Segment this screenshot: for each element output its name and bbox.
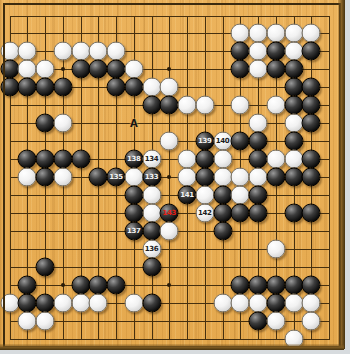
- black-stone: [89, 168, 108, 187]
- white-stone: [266, 150, 285, 169]
- black-stone: [249, 311, 268, 330]
- white-stone: [18, 60, 37, 79]
- black-stone: [107, 78, 126, 97]
- white-stone: [213, 168, 232, 187]
- white-stone: [107, 42, 126, 61]
- white-stone: [266, 24, 285, 43]
- white-stone: [266, 96, 285, 115]
- white-stone: [53, 42, 72, 61]
- go-board-screenshot: 139140138134135133141143142137136A: [0, 0, 350, 354]
- grid-line: [10, 339, 331, 340]
- black-stone: [89, 60, 108, 79]
- black-stone: [53, 150, 72, 169]
- black-stone-move-143: 143: [160, 203, 179, 222]
- white-stone: [89, 293, 108, 312]
- black-stone-move-141: 141: [178, 186, 197, 205]
- black-stone: [18, 150, 37, 169]
- black-stone: [107, 60, 126, 79]
- black-stone: [302, 275, 321, 294]
- black-stone: [36, 257, 55, 276]
- black-stone: [107, 275, 126, 294]
- grid-line: [10, 267, 331, 268]
- black-stone: [160, 96, 179, 115]
- black-stone: [266, 42, 285, 61]
- white-stone: [284, 42, 303, 61]
- black-stone: [284, 203, 303, 222]
- move-number-142: 142: [198, 209, 211, 216]
- move-number-133: 133: [145, 174, 158, 181]
- white-stone: [249, 293, 268, 312]
- black-stone: [266, 168, 285, 187]
- white-stone: [178, 168, 197, 187]
- white-stone: [89, 42, 108, 61]
- black-stone: [249, 132, 268, 151]
- black-stone: [124, 203, 143, 222]
- white-stone: [18, 311, 37, 330]
- white-stone: [249, 168, 268, 187]
- black-stone: [231, 275, 250, 294]
- white-stone-move-142: 142: [195, 203, 214, 222]
- star-point: [167, 283, 171, 287]
- white-stone: [142, 78, 161, 97]
- white-stone: [249, 24, 268, 43]
- black-stone: [249, 203, 268, 222]
- black-stone: [266, 293, 285, 312]
- black-stone: [231, 42, 250, 61]
- black-stone: [71, 150, 90, 169]
- move-number-140: 140: [216, 138, 229, 145]
- white-stone: [178, 96, 197, 115]
- white-stone: [266, 311, 285, 330]
- black-stone: [0, 78, 19, 97]
- white-stone: [142, 203, 161, 222]
- white-stone: [302, 311, 321, 330]
- black-stone: [284, 168, 303, 187]
- black-stone-move-137: 137: [124, 221, 143, 240]
- white-stone: [249, 114, 268, 133]
- grid-line: [329, 16, 330, 340]
- black-stone: [249, 275, 268, 294]
- outer-margin-right: [345, 0, 350, 354]
- black-stone: [124, 186, 143, 205]
- black-stone: [213, 203, 232, 222]
- white-stone: [160, 78, 179, 97]
- move-number-138: 138: [127, 156, 140, 163]
- grid-line: [10, 195, 331, 196]
- white-stone: [249, 60, 268, 79]
- black-stone: [284, 132, 303, 151]
- white-stone: [231, 24, 250, 43]
- white-stone: [53, 114, 72, 133]
- black-stone: [231, 132, 250, 151]
- outer-margin-bottom: [0, 350, 350, 354]
- black-stone: [195, 168, 214, 187]
- move-number-143: 143: [163, 209, 176, 216]
- black-stone: [266, 60, 285, 79]
- black-stone: [36, 168, 55, 187]
- white-stone: [142, 186, 161, 205]
- black-stone: [142, 221, 161, 240]
- black-stone: [302, 96, 321, 115]
- black-stone: [18, 275, 37, 294]
- board-label-A: A: [130, 118, 138, 129]
- move-number-136: 136: [145, 245, 158, 252]
- move-number-137: 137: [127, 227, 140, 234]
- move-number-135: 135: [109, 174, 122, 181]
- white-stone: [231, 186, 250, 205]
- black-stone: [36, 150, 55, 169]
- white-stone: [0, 293, 19, 312]
- black-stone: [18, 293, 37, 312]
- white-stone: [231, 168, 250, 187]
- black-stone: [195, 150, 214, 169]
- black-stone: [231, 203, 250, 222]
- black-stone: [36, 293, 55, 312]
- star-point: [167, 175, 171, 179]
- black-stone-move-138: 138: [124, 150, 143, 169]
- move-number-134: 134: [145, 156, 158, 163]
- black-stone: [302, 42, 321, 61]
- white-stone: [213, 150, 232, 169]
- white-stone: [124, 168, 143, 187]
- black-stone: [89, 275, 108, 294]
- black-stone: [53, 78, 72, 97]
- black-stone: [124, 78, 143, 97]
- black-stone: [71, 275, 90, 294]
- black-stone-move-139: 139: [195, 132, 214, 151]
- black-stone: [213, 186, 232, 205]
- black-stone: [284, 78, 303, 97]
- white-stone: [284, 150, 303, 169]
- black-stone: [249, 150, 268, 169]
- black-stone: [18, 78, 37, 97]
- white-stone: [302, 24, 321, 43]
- white-stone: [124, 293, 143, 312]
- white-stone-move-134: 134: [142, 150, 161, 169]
- white-stone: [18, 42, 37, 61]
- star-point: [61, 67, 65, 71]
- black-stone: [266, 275, 285, 294]
- black-stone: [249, 186, 268, 205]
- star-point: [167, 67, 171, 71]
- white-stone: [160, 132, 179, 151]
- white-stone: [71, 42, 90, 61]
- black-stone: [142, 96, 161, 115]
- white-stone: [284, 24, 303, 43]
- board-edge-shadow-right: [338, 0, 345, 349]
- white-stone: [231, 96, 250, 115]
- white-stone: [18, 168, 37, 187]
- white-stone: [53, 293, 72, 312]
- white-stone: [302, 293, 321, 312]
- black-stone-move-133: 133: [142, 168, 161, 187]
- white-stone: [124, 60, 143, 79]
- black-stone: [302, 114, 321, 133]
- star-point: [61, 283, 65, 287]
- white-stone: [36, 311, 55, 330]
- white-stone: [160, 221, 179, 240]
- white-stone: [36, 60, 55, 79]
- black-stone: [284, 96, 303, 115]
- black-stone: [36, 78, 55, 97]
- white-stone: [71, 293, 90, 312]
- black-stone: [302, 78, 321, 97]
- black-stone: [213, 221, 232, 240]
- white-stone: [284, 293, 303, 312]
- black-stone: [231, 60, 250, 79]
- white-stone: [249, 42, 268, 61]
- white-stone: [284, 114, 303, 133]
- black-stone: [0, 60, 19, 79]
- white-stone: [53, 168, 72, 187]
- white-stone: [195, 186, 214, 205]
- black-stone: [142, 257, 161, 276]
- white-stone-move-136: 136: [142, 239, 161, 258]
- white-stone: [213, 293, 232, 312]
- white-stone: [0, 42, 19, 61]
- black-stone: [302, 150, 321, 169]
- white-stone-move-140: 140: [213, 132, 232, 151]
- black-stone: [302, 203, 321, 222]
- black-stone: [142, 293, 161, 312]
- white-stone: [178, 150, 197, 169]
- black-stone: [284, 275, 303, 294]
- black-stone-move-135: 135: [107, 168, 126, 187]
- black-stone: [284, 60, 303, 79]
- white-stone: [195, 96, 214, 115]
- black-stone: [71, 60, 90, 79]
- move-number-141: 141: [180, 192, 193, 199]
- black-stone: [302, 168, 321, 187]
- white-stone: [231, 293, 250, 312]
- go-board[interactable]: 139140138134135133141143142137136A: [0, 0, 344, 349]
- move-number-139: 139: [198, 138, 211, 145]
- white-stone: [266, 239, 285, 258]
- black-stone: [36, 114, 55, 133]
